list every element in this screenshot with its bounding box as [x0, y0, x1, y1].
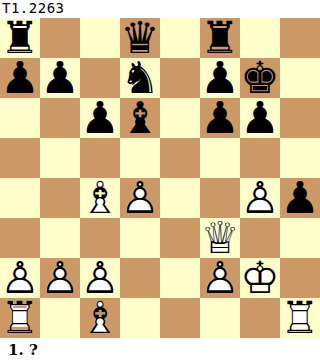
white-pawn-icon: ♙	[200, 258, 240, 298]
white-pawn-icon: ♙	[240, 178, 280, 218]
square-f1[interactable]	[200, 298, 240, 338]
move-prompt: 1. ?	[0, 338, 320, 360]
square-a1[interactable]: ♜♖	[0, 298, 40, 338]
white-king-icon: ♔	[240, 258, 280, 298]
square-g2[interactable]: ♚♔	[240, 258, 280, 298]
square-h6[interactable]	[280, 98, 320, 138]
square-h3[interactable]	[280, 218, 320, 258]
square-e5[interactable]	[160, 138, 200, 178]
square-f5[interactable]	[200, 138, 240, 178]
piece-white-pawn: ♟♙	[240, 178, 280, 218]
piece-white-bishop: ♝♗	[80, 178, 120, 218]
square-a6[interactable]	[0, 98, 40, 138]
white-rook-icon: ♖	[0, 298, 40, 338]
black-pawn-icon: ♟	[200, 98, 240, 138]
black-pawn-icon: ♟	[80, 98, 120, 138]
black-bishop-icon: ♝	[120, 98, 160, 138]
white-pawn-icon: ♙	[40, 258, 80, 298]
piece-white-pawn: ♟♙	[40, 258, 80, 298]
square-g6[interactable]: ♟	[240, 98, 280, 138]
square-c8[interactable]	[80, 18, 120, 58]
square-b5[interactable]	[40, 138, 80, 178]
square-e6[interactable]	[160, 98, 200, 138]
square-f6[interactable]: ♟	[200, 98, 240, 138]
puzzle-id: T1.2263	[0, 0, 320, 18]
white-bishop-icon: ♗	[80, 298, 120, 338]
square-h8[interactable]	[280, 18, 320, 58]
piece-white-bishop: ♝♗	[80, 298, 120, 338]
square-d3[interactable]	[120, 218, 160, 258]
square-b7[interactable]: ♟	[40, 58, 80, 98]
square-b4[interactable]	[40, 178, 80, 218]
square-e1[interactable]	[160, 298, 200, 338]
square-b6[interactable]	[40, 98, 80, 138]
chess-puzzle-page: T1.2263 ♜♛♜♟♟♞♟♚♟♝♟♟♝♗♟♙♟♙♟♛♕♟♙♟♙♟♙♟♙♚♔♜…	[0, 0, 320, 360]
piece-white-rook: ♜♖	[280, 298, 320, 338]
square-d6[interactable]: ♝	[120, 98, 160, 138]
white-pawn-icon: ♙	[120, 178, 160, 218]
piece-black-pawn: ♟	[0, 58, 40, 98]
square-b2[interactable]: ♟♙	[40, 258, 80, 298]
piece-white-rook: ♜♖	[0, 298, 40, 338]
square-e2[interactable]	[160, 258, 200, 298]
piece-black-pawn: ♟	[80, 98, 120, 138]
black-pawn-icon: ♟	[240, 98, 280, 138]
white-rook-icon: ♖	[280, 298, 320, 338]
piece-black-bishop: ♝	[120, 98, 160, 138]
square-e4[interactable]	[160, 178, 200, 218]
square-e7[interactable]	[160, 58, 200, 98]
piece-black-pawn: ♟	[200, 98, 240, 138]
black-pawn-icon: ♟	[0, 58, 40, 98]
piece-white-king: ♚♔	[240, 258, 280, 298]
piece-white-pawn: ♟♙	[120, 178, 160, 218]
square-c6[interactable]: ♟	[80, 98, 120, 138]
square-c1[interactable]: ♝♗	[80, 298, 120, 338]
black-pawn-icon: ♟	[280, 178, 320, 218]
square-e3[interactable]	[160, 218, 200, 258]
square-h4[interactable]: ♟	[280, 178, 320, 218]
piece-black-pawn: ♟	[240, 98, 280, 138]
square-a7[interactable]: ♟	[0, 58, 40, 98]
square-h7[interactable]	[280, 58, 320, 98]
square-e8[interactable]	[160, 18, 200, 58]
square-b1[interactable]	[40, 298, 80, 338]
square-d1[interactable]	[120, 298, 160, 338]
square-f2[interactable]: ♟♙	[200, 258, 240, 298]
black-pawn-icon: ♟	[40, 58, 80, 98]
square-d4[interactable]: ♟♙	[120, 178, 160, 218]
square-g4[interactable]: ♟♙	[240, 178, 280, 218]
piece-black-pawn: ♟	[40, 58, 80, 98]
square-c4[interactable]: ♝♗	[80, 178, 120, 218]
piece-white-pawn: ♟♙	[200, 258, 240, 298]
white-bishop-icon: ♗	[80, 178, 120, 218]
square-g1[interactable]	[240, 298, 280, 338]
square-a4[interactable]	[0, 178, 40, 218]
piece-black-pawn: ♟	[280, 178, 320, 218]
square-a5[interactable]	[0, 138, 40, 178]
square-d2[interactable]	[120, 258, 160, 298]
chess-board: ♜♛♜♟♟♞♟♚♟♝♟♟♝♗♟♙♟♙♟♛♕♟♙♟♙♟♙♟♙♚♔♜♖♝♗♜♖	[0, 18, 320, 338]
square-h1[interactable]: ♜♖	[280, 298, 320, 338]
